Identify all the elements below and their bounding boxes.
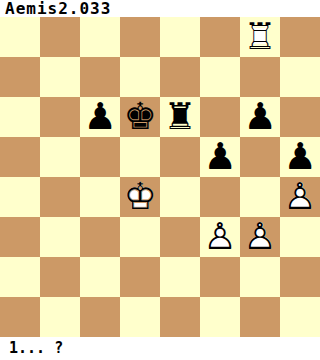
square-h1[interactable] [280, 297, 320, 337]
black-pawn-piece[interactable]: ♟ [280, 137, 320, 177]
square-e3[interactable] [160, 217, 200, 257]
square-h2[interactable] [280, 257, 320, 297]
white-pawn-piece[interactable]: ♟♙ [280, 177, 320, 217]
white-king-piece[interactable]: ♚♔ [120, 177, 160, 217]
piece-outline-layer: ♖ [240, 17, 280, 57]
square-d2[interactable] [120, 257, 160, 297]
square-h3[interactable] [280, 217, 320, 257]
square-b3[interactable] [40, 217, 80, 257]
square-g2[interactable] [240, 257, 280, 297]
square-h7[interactable] [280, 57, 320, 97]
square-g1[interactable] [240, 297, 280, 337]
square-d5[interactable] [120, 137, 160, 177]
square-g8[interactable]: ♜♖ [240, 17, 280, 57]
white-pawn-piece[interactable]: ♟♙ [200, 217, 240, 257]
square-c2[interactable] [80, 257, 120, 297]
square-b8[interactable] [40, 17, 80, 57]
square-e1[interactable] [160, 297, 200, 337]
square-c3[interactable] [80, 217, 120, 257]
move-prompt: 1... ? [9, 337, 63, 360]
square-g4[interactable] [240, 177, 280, 217]
square-d7[interactable] [120, 57, 160, 97]
square-f3[interactable]: ♟♙ [200, 217, 240, 257]
piece-glyph: ♟ [280, 137, 320, 177]
square-c6[interactable]: ♟ [80, 97, 120, 137]
square-g6[interactable]: ♟ [240, 97, 280, 137]
square-c5[interactable] [80, 137, 120, 177]
square-g3[interactable]: ♟♙ [240, 217, 280, 257]
black-king-piece[interactable]: ♚ [120, 97, 160, 137]
square-e4[interactable] [160, 177, 200, 217]
piece-glyph: ♟ [200, 137, 240, 177]
square-h4[interactable]: ♟♙ [280, 177, 320, 217]
square-c7[interactable] [80, 57, 120, 97]
square-b7[interactable] [40, 57, 80, 97]
square-f4[interactable] [200, 177, 240, 217]
square-f5[interactable]: ♟ [200, 137, 240, 177]
square-e7[interactable] [160, 57, 200, 97]
piece-glyph: ♟ [240, 97, 280, 137]
piece-glyph: ♟ [80, 97, 120, 137]
square-e6[interactable]: ♜ [160, 97, 200, 137]
square-a7[interactable] [0, 57, 40, 97]
square-e2[interactable] [160, 257, 200, 297]
square-a1[interactable] [0, 297, 40, 337]
chess-board: ♜♖♟♚♜♟♟♟♚♔♟♙♟♙♟♙ [0, 17, 320, 337]
square-f1[interactable] [200, 297, 240, 337]
square-g7[interactable] [240, 57, 280, 97]
square-c1[interactable] [80, 297, 120, 337]
square-f8[interactable] [200, 17, 240, 57]
square-h8[interactable] [280, 17, 320, 57]
square-a2[interactable] [0, 257, 40, 297]
piece-outline-layer: ♙ [240, 217, 280, 257]
black-pawn-piece[interactable]: ♟ [80, 97, 120, 137]
square-g5[interactable] [240, 137, 280, 177]
square-f6[interactable] [200, 97, 240, 137]
square-d1[interactable] [120, 297, 160, 337]
white-rook-piece[interactable]: ♜♖ [240, 17, 280, 57]
square-f7[interactable] [200, 57, 240, 97]
black-pawn-piece[interactable]: ♟ [240, 97, 280, 137]
square-b4[interactable] [40, 177, 80, 217]
black-pawn-piece[interactable]: ♟ [200, 137, 240, 177]
piece-outline-layer: ♙ [280, 177, 320, 217]
square-d4[interactable]: ♚♔ [120, 177, 160, 217]
square-a5[interactable] [0, 137, 40, 177]
square-b1[interactable] [40, 297, 80, 337]
square-f2[interactable] [200, 257, 240, 297]
square-b2[interactable] [40, 257, 80, 297]
square-d3[interactable] [120, 217, 160, 257]
square-h5[interactable]: ♟ [280, 137, 320, 177]
square-b6[interactable] [40, 97, 80, 137]
piece-glyph: ♜ [160, 97, 200, 137]
square-e8[interactable] [160, 17, 200, 57]
square-d8[interactable] [120, 17, 160, 57]
square-h6[interactable] [280, 97, 320, 137]
piece-outline-layer: ♙ [200, 217, 240, 257]
white-pawn-piece[interactable]: ♟♙ [240, 217, 280, 257]
square-a6[interactable] [0, 97, 40, 137]
square-d6[interactable]: ♚ [120, 97, 160, 137]
square-a4[interactable] [0, 177, 40, 217]
black-rook-piece[interactable]: ♜ [160, 97, 200, 137]
square-b5[interactable] [40, 137, 80, 177]
page-title: Aemis2.033 [5, 0, 111, 17]
square-c4[interactable] [80, 177, 120, 217]
piece-outline-layer: ♔ [120, 177, 160, 217]
square-a3[interactable] [0, 217, 40, 257]
square-e5[interactable] [160, 137, 200, 177]
square-a8[interactable] [0, 17, 40, 57]
square-c8[interactable] [80, 17, 120, 57]
piece-glyph: ♚ [120, 97, 160, 137]
